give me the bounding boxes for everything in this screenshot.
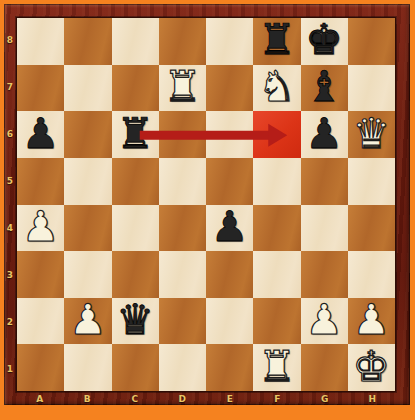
board-frame: ♜♚♜♞♝♟♜♟♛♟♟♟♛♟♟♜♚ 87654321 ABCDEFGH: [4, 4, 410, 405]
piece-white-pawn-a4[interactable]: ♟: [22, 206, 60, 248]
square-f8[interactable]: ♜: [253, 18, 300, 65]
piece-white-queen-h6[interactable]: ♛: [353, 113, 391, 155]
square-a4[interactable]: ♟: [17, 205, 64, 252]
piece-white-pawn-b2[interactable]: ♟: [69, 299, 107, 341]
square-e2[interactable]: [206, 298, 253, 345]
square-g4[interactable]: [301, 205, 348, 252]
square-h2[interactable]: ♟: [348, 298, 395, 345]
file-label-E: E: [206, 393, 254, 405]
chessboard-panel: ♜♚♜♞♝♟♜♟♛♟♟♟♛♟♟♜♚ 87654321 ABCDEFGH: [0, 0, 415, 420]
piece-white-pawn-h2[interactable]: ♟: [353, 299, 391, 341]
square-e1[interactable]: [206, 344, 253, 391]
square-b3[interactable]: [64, 251, 111, 298]
piece-white-rook-d7[interactable]: ♜: [164, 66, 202, 108]
piece-white-pawn-g2[interactable]: ♟: [305, 299, 343, 341]
chess-board: ♜♚♜♞♝♟♜♟♛♟♟♟♛♟♟♜♚: [16, 17, 396, 392]
square-a2[interactable]: [17, 298, 64, 345]
square-g7[interactable]: ♝: [301, 65, 348, 112]
square-d3[interactable]: [159, 251, 206, 298]
square-a3[interactable]: [17, 251, 64, 298]
square-a5[interactable]: [17, 158, 64, 205]
piece-black-pawn-a6[interactable]: ♟: [22, 113, 60, 155]
square-h8[interactable]: [348, 18, 395, 65]
square-g6[interactable]: ♟: [301, 111, 348, 158]
square-h5[interactable]: [348, 158, 395, 205]
rank-labels: 87654321: [4, 17, 16, 392]
square-b7[interactable]: [64, 65, 111, 112]
square-b8[interactable]: [64, 18, 111, 65]
square-h7[interactable]: [348, 65, 395, 112]
square-a6[interactable]: ♟: [17, 111, 64, 158]
square-f7[interactable]: ♞: [253, 65, 300, 112]
square-g1[interactable]: [301, 344, 348, 391]
square-a1[interactable]: [17, 344, 64, 391]
square-e3[interactable]: [206, 251, 253, 298]
square-b5[interactable]: [64, 158, 111, 205]
square-f6[interactable]: [253, 111, 300, 158]
square-c4[interactable]: [112, 205, 159, 252]
square-f2[interactable]: [253, 298, 300, 345]
square-h4[interactable]: [348, 205, 395, 252]
rank-label-7: 7: [4, 64, 16, 111]
square-f1[interactable]: ♜: [253, 344, 300, 391]
file-label-F: F: [254, 393, 302, 405]
file-labels: ABCDEFGH: [16, 393, 396, 405]
piece-black-king-g8[interactable]: ♚: [305, 19, 343, 61]
square-d2[interactable]: [159, 298, 206, 345]
piece-black-queen-c2[interactable]: ♛: [116, 299, 154, 341]
file-label-H: H: [349, 393, 397, 405]
square-g5[interactable]: [301, 158, 348, 205]
square-c7[interactable]: [112, 65, 159, 112]
square-c5[interactable]: [112, 158, 159, 205]
square-c3[interactable]: [112, 251, 159, 298]
square-d4[interactable]: [159, 205, 206, 252]
square-e6[interactable]: [206, 111, 253, 158]
file-label-D: D: [159, 393, 207, 405]
square-e7[interactable]: [206, 65, 253, 112]
square-f3[interactable]: [253, 251, 300, 298]
square-b6[interactable]: [64, 111, 111, 158]
piece-white-king-h1[interactable]: ♚: [353, 346, 391, 388]
square-h6[interactable]: ♛: [348, 111, 395, 158]
file-label-B: B: [64, 393, 112, 405]
square-d8[interactable]: [159, 18, 206, 65]
square-e5[interactable]: [206, 158, 253, 205]
square-f5[interactable]: [253, 158, 300, 205]
square-b4[interactable]: [64, 205, 111, 252]
piece-black-bishop-g7[interactable]: ♝: [305, 66, 343, 108]
piece-black-pawn-g6[interactable]: ♟: [305, 113, 343, 155]
square-d5[interactable]: [159, 158, 206, 205]
square-d6[interactable]: [159, 111, 206, 158]
square-c1[interactable]: [112, 344, 159, 391]
rank-label-6: 6: [4, 111, 16, 158]
square-e4[interactable]: ♟: [206, 205, 253, 252]
square-a8[interactable]: [17, 18, 64, 65]
square-a7[interactable]: [17, 65, 64, 112]
square-e8[interactable]: [206, 18, 253, 65]
square-b1[interactable]: [64, 344, 111, 391]
square-d1[interactable]: [159, 344, 206, 391]
square-g3[interactable]: [301, 251, 348, 298]
piece-white-knight-f7[interactable]: ♞: [258, 66, 296, 108]
square-c6[interactable]: ♜: [112, 111, 159, 158]
rank-label-8: 8: [4, 17, 16, 64]
square-h3[interactable]: [348, 251, 395, 298]
piece-white-rook-f1[interactable]: ♜: [258, 346, 296, 388]
square-d7[interactable]: ♜: [159, 65, 206, 112]
square-c2[interactable]: ♛: [112, 298, 159, 345]
square-b2[interactable]: ♟: [64, 298, 111, 345]
square-c8[interactable]: [112, 18, 159, 65]
file-label-G: G: [301, 393, 349, 405]
rank-label-3: 3: [4, 251, 16, 298]
file-label-C: C: [111, 393, 159, 405]
rank-label-2: 2: [4, 298, 16, 345]
piece-black-rook-f8[interactable]: ♜: [258, 19, 296, 61]
piece-black-rook-c6[interactable]: ♜: [116, 113, 154, 155]
rank-label-5: 5: [4, 158, 16, 205]
rank-label-4: 4: [4, 205, 16, 252]
square-g8[interactable]: ♚: [301, 18, 348, 65]
square-h1[interactable]: ♚: [348, 344, 395, 391]
rank-label-1: 1: [4, 345, 16, 392]
file-label-A: A: [16, 393, 64, 405]
square-f4[interactable]: [253, 205, 300, 252]
square-g2[interactable]: ♟: [301, 298, 348, 345]
piece-black-pawn-e4[interactable]: ♟: [211, 206, 249, 248]
